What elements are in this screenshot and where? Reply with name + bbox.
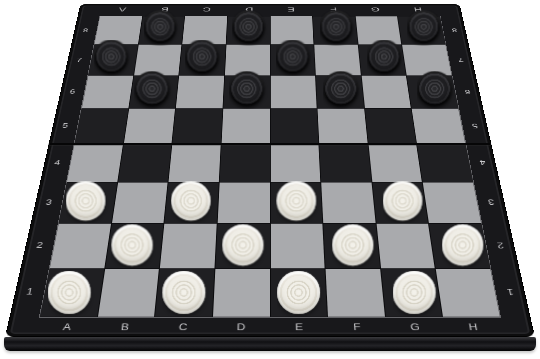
square-h3[interactable]	[423, 182, 481, 223]
white-checker-e1[interactable]	[277, 271, 320, 314]
square-g1[interactable]	[381, 269, 442, 317]
square-a3[interactable]	[59, 182, 117, 223]
board-photo: ABCDEFGH ABCDEFGH 87654321 87654321	[0, 0, 540, 359]
black-checker-h6[interactable]	[417, 71, 452, 106]
square-h7[interactable]	[402, 45, 451, 75]
checkers-board: ABCDEFGH ABCDEFGH 87654321 87654321	[5, 4, 535, 337]
white-checker-h2[interactable]	[442, 224, 483, 265]
square-g3[interactable]	[372, 182, 428, 223]
file-label: E	[270, 318, 329, 337]
square-h1[interactable]	[436, 269, 500, 317]
white-checker-c1[interactable]	[162, 271, 205, 314]
square-g4[interactable]	[368, 144, 422, 182]
white-checker-c3[interactable]	[171, 181, 210, 220]
file-label: A	[36, 318, 97, 337]
square-b1[interactable]	[98, 269, 159, 317]
square-h8[interactable]	[398, 16, 445, 44]
file-labels-bottom: ABCDEFGH	[36, 318, 504, 337]
file-label: D	[228, 4, 270, 16]
black-checker-e7[interactable]	[276, 39, 310, 73]
black-checker-g7[interactable]	[367, 39, 401, 73]
square-a6[interactable]	[82, 76, 133, 109]
square-h5[interactable]	[412, 109, 465, 144]
white-checker-a1[interactable]	[47, 271, 90, 314]
file-label: C	[185, 4, 228, 16]
square-f5[interactable]	[318, 109, 368, 144]
square-g5[interactable]	[365, 109, 417, 144]
square-d4[interactable]	[220, 144, 270, 182]
square-c5[interactable]	[173, 109, 223, 144]
square-b3[interactable]	[112, 182, 168, 223]
square-f4[interactable]	[319, 144, 371, 182]
square-f1[interactable]	[326, 269, 385, 317]
file-label: G	[354, 4, 398, 16]
square-b8[interactable]	[138, 16, 184, 44]
square-c3[interactable]	[165, 182, 219, 223]
square-d6[interactable]	[223, 76, 269, 109]
board-grid	[39, 16, 501, 318]
rank-label: 8	[441, 16, 469, 45]
black-checker-c7[interactable]	[185, 39, 219, 73]
square-b7[interactable]	[134, 45, 182, 75]
square-g7[interactable]	[358, 45, 406, 75]
white-checker-g3[interactable]	[382, 181, 421, 220]
file-label: B	[143, 4, 187, 16]
file-label: E	[270, 4, 312, 16]
file-label: G	[385, 318, 445, 337]
perspective-scene: ABCDEFGH ABCDEFGH 87654321 87654321	[5, 0, 535, 337]
black-checker-f6[interactable]	[323, 71, 358, 106]
file-label: F	[312, 4, 355, 16]
square-c6[interactable]	[176, 76, 224, 109]
square-a4[interactable]	[67, 144, 123, 182]
square-d2[interactable]	[215, 224, 269, 268]
white-checker-d2[interactable]	[222, 224, 263, 265]
square-h6[interactable]	[407, 76, 458, 109]
square-e2[interactable]	[270, 224, 324, 268]
square-e6[interactable]	[270, 76, 316, 109]
square-b2[interactable]	[105, 224, 164, 268]
square-e7[interactable]	[270, 45, 315, 75]
square-h4[interactable]	[417, 144, 473, 182]
black-checker-d6[interactable]	[229, 71, 264, 106]
square-b6[interactable]	[129, 76, 179, 109]
square-e4[interactable]	[270, 144, 320, 182]
square-d1[interactable]	[213, 269, 270, 317]
file-labels-top: ABCDEFGH	[100, 4, 440, 16]
black-checker-a7[interactable]	[94, 39, 128, 73]
square-e3[interactable]	[270, 182, 322, 223]
square-c4[interactable]	[169, 144, 221, 182]
file-label: B	[95, 318, 155, 337]
square-f6[interactable]	[316, 76, 364, 109]
white-checker-a3[interactable]	[65, 181, 104, 220]
square-d8[interactable]	[226, 16, 269, 44]
board-side-edge	[4, 337, 536, 351]
square-f3[interactable]	[321, 182, 375, 223]
square-a1[interactable]	[40, 269, 104, 317]
square-h2[interactable]	[429, 224, 490, 268]
square-e5[interactable]	[270, 109, 318, 144]
white-checker-b2[interactable]	[112, 224, 153, 265]
square-d3[interactable]	[218, 182, 270, 223]
square-g2[interactable]	[376, 224, 435, 268]
square-a2[interactable]	[50, 224, 111, 268]
square-a7[interactable]	[88, 45, 137, 75]
square-f2[interactable]	[323, 224, 379, 268]
black-checker-b6[interactable]	[135, 71, 170, 106]
square-d5[interactable]	[221, 109, 269, 144]
white-checker-g1[interactable]	[392, 271, 435, 314]
square-e1[interactable]	[270, 269, 327, 317]
square-b5[interactable]	[124, 109, 176, 144]
square-c7[interactable]	[179, 45, 225, 75]
square-c1[interactable]	[155, 269, 214, 317]
file-label: H	[396, 4, 440, 16]
square-f8[interactable]	[313, 16, 358, 44]
square-g6[interactable]	[361, 76, 411, 109]
square-c2[interactable]	[160, 224, 216, 268]
file-label: H	[443, 318, 504, 337]
file-label: A	[100, 4, 144, 16]
square-a5[interactable]	[75, 109, 128, 144]
file-label: D	[212, 318, 271, 337]
file-label: F	[328, 318, 387, 337]
rank-label: 7	[446, 45, 475, 76]
white-checker-f2[interactable]	[332, 224, 373, 265]
file-label: C	[153, 318, 212, 337]
square-b4[interactable]	[118, 144, 172, 182]
white-checker-e3[interactable]	[277, 181, 316, 220]
